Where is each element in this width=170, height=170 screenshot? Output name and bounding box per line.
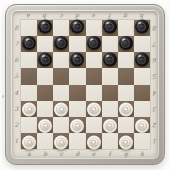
- square-e5[interactable]: [86, 68, 102, 84]
- file-label-e: e: [92, 13, 96, 19]
- file-label-g: g: [124, 13, 128, 19]
- square-g8[interactable]: [118, 20, 134, 36]
- rank-labels-left: 87654321: [12, 20, 21, 149]
- rank-label-8: 8: [15, 25, 19, 31]
- white-man-d2[interactable]: ⛀: [70, 119, 84, 133]
- checker-glyph: ⛀: [57, 135, 65, 149]
- square-g1[interactable]: ⛀: [118, 133, 134, 149]
- rank-label-1: 1: [15, 138, 19, 144]
- file-label-c: c: [60, 13, 63, 19]
- checker-glyph: ⛀: [105, 119, 113, 133]
- square-b1[interactable]: [37, 133, 53, 149]
- file-label-b: b: [43, 151, 47, 157]
- file-label-d: d: [76, 13, 80, 19]
- rank-label-8: 8: [153, 25, 157, 31]
- square-h2[interactable]: ⛀: [134, 117, 150, 133]
- file-label-f: f: [109, 13, 111, 19]
- square-f4[interactable]: [102, 85, 118, 101]
- checker-glyph: ⛂: [122, 36, 130, 50]
- square-a1[interactable]: ⛀: [21, 133, 37, 149]
- file-label-a: a: [27, 13, 31, 19]
- square-a2[interactable]: [21, 117, 37, 133]
- checker-glyph: ⛀: [122, 135, 130, 149]
- square-b8[interactable]: ⛂: [37, 20, 53, 36]
- file-label-h: h: [140, 151, 144, 157]
- square-e2[interactable]: [86, 117, 102, 133]
- white-man-c3[interactable]: ⛀: [54, 102, 68, 116]
- black-man-h8[interactable]: ⛂: [135, 20, 149, 34]
- checker-glyph: ⛂: [138, 53, 146, 67]
- white-man-h2[interactable]: ⛀: [135, 119, 149, 133]
- square-f7[interactable]: [102, 36, 118, 52]
- square-b3[interactable]: [37, 101, 53, 117]
- square-b7[interactable]: [37, 36, 53, 52]
- rank-label-5: 5: [153, 73, 157, 79]
- board: ⛂⛂⛂⛂⛂⛂⛂⛂⛂⛂⛂⛂⛀⛀⛀⛀⛀⛀⛀⛀⛀⛀⛀⛀: [21, 20, 150, 149]
- file-labels-bottom: abcdefgh: [21, 149, 150, 158]
- checker-glyph: ⛀: [138, 119, 146, 133]
- square-g7[interactable]: ⛂: [118, 36, 134, 52]
- checker-glyph: ⛂: [89, 36, 97, 50]
- checker-glyph: ⛀: [122, 102, 130, 116]
- square-c6[interactable]: [53, 52, 69, 68]
- square-d3[interactable]: [69, 101, 85, 117]
- square-h1[interactable]: [134, 133, 150, 149]
- black-man-f8[interactable]: ⛂: [103, 20, 117, 34]
- rank-label-7: 7: [15, 41, 19, 47]
- square-c3[interactable]: ⛀: [53, 101, 69, 117]
- rank-label-5: 5: [15, 73, 19, 79]
- square-a3[interactable]: ⛀: [21, 101, 37, 117]
- square-a5[interactable]: [21, 68, 37, 84]
- black-man-f6[interactable]: ⛂: [103, 53, 117, 67]
- square-h5[interactable]: [134, 68, 150, 84]
- rank-label-1: 1: [153, 138, 157, 144]
- rank-labels-right: 87654321: [150, 20, 159, 149]
- black-man-d6[interactable]: ⛂: [70, 53, 84, 67]
- square-h7[interactable]: [134, 36, 150, 52]
- square-g4[interactable]: [118, 85, 134, 101]
- file-label-d: d: [76, 151, 80, 157]
- white-man-c1[interactable]: ⛀: [54, 135, 68, 149]
- checker-glyph: ⛀: [25, 102, 33, 116]
- square-c7[interactable]: ⛂: [53, 36, 69, 52]
- square-c2[interactable]: [53, 117, 69, 133]
- file-label-e: e: [92, 151, 96, 157]
- checker-glyph: ⛂: [138, 20, 146, 34]
- file-label-h: h: [140, 13, 144, 19]
- rank-label-4: 4: [153, 90, 157, 96]
- white-man-a3[interactable]: ⛀: [22, 102, 36, 116]
- square-g3[interactable]: ⛀: [118, 101, 134, 117]
- rank-label-6: 6: [153, 57, 157, 63]
- square-a8[interactable]: [21, 20, 37, 36]
- square-h8[interactable]: ⛂: [134, 20, 150, 36]
- checker-glyph: ⛀: [89, 102, 97, 116]
- square-b5[interactable]: [37, 68, 53, 84]
- square-d2[interactable]: ⛀: [69, 117, 85, 133]
- checker-glyph: ⛂: [105, 20, 113, 34]
- white-man-g1[interactable]: ⛀: [119, 135, 133, 149]
- file-label-f: f: [109, 151, 111, 157]
- square-c5[interactable]: [53, 68, 69, 84]
- square-e6[interactable]: [86, 52, 102, 68]
- black-man-h6[interactable]: ⛂: [135, 53, 149, 67]
- checker-glyph: ⛀: [25, 135, 33, 149]
- square-b4[interactable]: [37, 85, 53, 101]
- rank-label-3: 3: [153, 106, 157, 112]
- square-d6[interactable]: ⛂: [69, 52, 85, 68]
- square-a7[interactable]: ⛂: [21, 36, 37, 52]
- square-c4[interactable]: [53, 85, 69, 101]
- file-label-g: g: [124, 151, 128, 157]
- white-man-a1[interactable]: ⛀: [22, 135, 36, 149]
- rank-label-3: 3: [15, 106, 19, 112]
- square-c8[interactable]: [53, 20, 69, 36]
- checker-glyph: ⛂: [41, 53, 49, 67]
- checker-glyph: ⛀: [41, 119, 49, 133]
- square-d8[interactable]: ⛂: [69, 20, 85, 36]
- tin-box: abcdefgh abcdefgh 87654321 87654321 ⛂⛂⛂⛂…: [5, 4, 165, 165]
- dust-speck: [2, 95, 4, 98]
- rank-label-2: 2: [153, 122, 157, 128]
- square-b6[interactable]: ⛂: [37, 52, 53, 68]
- square-h4[interactable]: [134, 85, 150, 101]
- white-man-e3[interactable]: ⛀: [87, 102, 101, 116]
- checker-glyph: ⛀: [89, 135, 97, 149]
- white-man-b2[interactable]: ⛀: [38, 119, 52, 133]
- checker-glyph: ⛂: [25, 36, 33, 50]
- black-man-a7[interactable]: ⛂: [22, 36, 36, 50]
- square-c1[interactable]: ⛀: [53, 133, 69, 149]
- checker-glyph: ⛂: [73, 53, 81, 67]
- checker-glyph: ⛂: [73, 20, 81, 34]
- square-g6[interactable]: [118, 52, 134, 68]
- black-man-g7[interactable]: ⛂: [119, 36, 133, 50]
- square-d4[interactable]: [69, 85, 85, 101]
- square-d1[interactable]: [69, 133, 85, 149]
- square-f6[interactable]: ⛂: [102, 52, 118, 68]
- square-h3[interactable]: [134, 101, 150, 117]
- square-f5[interactable]: [102, 68, 118, 84]
- checker-glyph: ⛂: [57, 36, 65, 50]
- checker-glyph: ⛂: [41, 20, 49, 34]
- checker-glyph: ⛀: [57, 102, 65, 116]
- square-a4[interactable]: [21, 85, 37, 101]
- square-e8[interactable]: [86, 20, 102, 36]
- square-e7[interactable]: ⛂: [86, 36, 102, 52]
- black-man-b6[interactable]: ⛂: [38, 53, 52, 67]
- black-man-e7[interactable]: ⛂: [87, 36, 101, 50]
- white-man-e1[interactable]: ⛀: [87, 135, 101, 149]
- checker-glyph: ⛀: [73, 119, 81, 133]
- white-man-f2[interactable]: ⛀: [103, 119, 117, 133]
- rank-label-6: 6: [15, 57, 19, 63]
- rank-label-4: 4: [15, 90, 19, 96]
- square-f3[interactable]: [102, 101, 118, 117]
- square-e4[interactable]: [86, 85, 102, 101]
- file-label-a: a: [27, 151, 31, 157]
- square-e3[interactable]: ⛀: [86, 101, 102, 117]
- board-tray: abcdefgh abcdefgh 87654321 87654321 ⛂⛂⛂⛂…: [12, 11, 158, 158]
- square-f8[interactable]: ⛂: [102, 20, 118, 36]
- square-b2[interactable]: ⛀: [37, 117, 53, 133]
- black-man-c7[interactable]: ⛂: [54, 36, 68, 50]
- black-man-d8[interactable]: ⛂: [70, 20, 84, 34]
- file-label-b: b: [43, 13, 47, 19]
- checker-glyph: ⛂: [105, 53, 113, 67]
- square-d5[interactable]: [69, 68, 85, 84]
- square-h6[interactable]: ⛂: [134, 52, 150, 68]
- file-label-c: c: [60, 151, 63, 157]
- white-man-g3[interactable]: ⛀: [119, 102, 133, 116]
- square-e1[interactable]: ⛀: [86, 133, 102, 149]
- square-a6[interactable]: [21, 52, 37, 68]
- square-g5[interactable]: [118, 68, 134, 84]
- rank-label-2: 2: [15, 122, 19, 128]
- square-g2[interactable]: [118, 117, 134, 133]
- rank-label-7: 7: [153, 41, 157, 47]
- black-man-b8[interactable]: ⛂: [38, 20, 52, 34]
- square-f2[interactable]: ⛀: [102, 117, 118, 133]
- square-d7[interactable]: [69, 36, 85, 52]
- square-f1[interactable]: [102, 133, 118, 149]
